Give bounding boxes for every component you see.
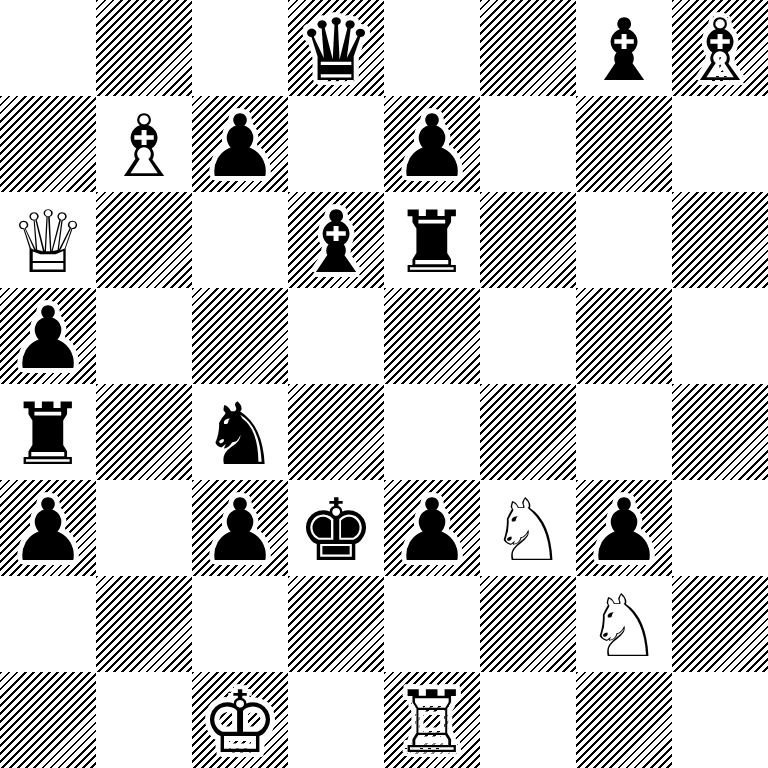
square-c4[interactable]: ♞ — [192, 384, 288, 480]
square-a3[interactable]: ♟ — [0, 480, 96, 576]
square-e1[interactable]: ♖ — [384, 672, 480, 768]
square-b1[interactable] — [96, 672, 192, 768]
square-c5[interactable] — [192, 288, 288, 384]
black-rook[interactable]: ♜ — [393, 199, 470, 285]
square-a8[interactable] — [0, 0, 96, 96]
square-c7[interactable]: ♟ — [192, 96, 288, 192]
black-pawn[interactable]: ♟ — [393, 103, 470, 189]
black-pawn[interactable]: ♟ — [9, 295, 86, 381]
square-d1[interactable] — [288, 672, 384, 768]
square-b2[interactable] — [96, 576, 192, 672]
black-bishop[interactable]: ♝ — [585, 7, 662, 93]
black-pawn[interactable]: ♟ — [201, 103, 278, 189]
square-a2[interactable] — [0, 576, 96, 672]
square-b8[interactable] — [96, 0, 192, 96]
square-g5[interactable] — [576, 288, 672, 384]
square-a7[interactable] — [0, 96, 96, 192]
square-e7[interactable]: ♟ — [384, 96, 480, 192]
square-e6[interactable]: ♜ — [384, 192, 480, 288]
square-g6[interactable] — [576, 192, 672, 288]
square-a1[interactable] — [0, 672, 96, 768]
square-b5[interactable] — [96, 288, 192, 384]
square-c3[interactable]: ♟ — [192, 480, 288, 576]
square-h7[interactable] — [672, 96, 768, 192]
square-g2[interactable]: ♘ — [576, 576, 672, 672]
square-f7[interactable] — [480, 96, 576, 192]
square-b7[interactable]: ♗ — [96, 96, 192, 192]
white-rook[interactable]: ♖ — [393, 679, 470, 765]
square-e3[interactable]: ♟ — [384, 480, 480, 576]
square-f6[interactable] — [480, 192, 576, 288]
square-d2[interactable] — [288, 576, 384, 672]
square-c1[interactable]: ♔ — [192, 672, 288, 768]
square-e5[interactable] — [384, 288, 480, 384]
square-h4[interactable] — [672, 384, 768, 480]
square-c6[interactable] — [192, 192, 288, 288]
white-knight[interactable]: ♘ — [489, 487, 566, 573]
black-pawn[interactable]: ♟ — [201, 487, 278, 573]
chess-board: ♛♝♗♗♟♟♕♝♜♟♜♞♟♟♚♟♘♟♘♔♖ — [0, 0, 768, 768]
square-d4[interactable] — [288, 384, 384, 480]
black-pawn[interactable]: ♟ — [393, 487, 470, 573]
square-h3[interactable] — [672, 480, 768, 576]
square-e4[interactable] — [384, 384, 480, 480]
square-d7[interactable] — [288, 96, 384, 192]
black-king[interactable]: ♚ — [297, 487, 374, 573]
square-b3[interactable] — [96, 480, 192, 576]
square-d5[interactable] — [288, 288, 384, 384]
square-e2[interactable] — [384, 576, 480, 672]
square-a4[interactable]: ♜ — [0, 384, 96, 480]
square-f3[interactable]: ♘ — [480, 480, 576, 576]
square-f5[interactable] — [480, 288, 576, 384]
square-b4[interactable] — [96, 384, 192, 480]
square-d6[interactable]: ♝ — [288, 192, 384, 288]
square-h5[interactable] — [672, 288, 768, 384]
square-d8[interactable]: ♛ — [288, 0, 384, 96]
square-h6[interactable] — [672, 192, 768, 288]
square-h8[interactable]: ♗ — [672, 0, 768, 96]
square-b6[interactable] — [96, 192, 192, 288]
square-a5[interactable]: ♟ — [0, 288, 96, 384]
white-bishop[interactable]: ♗ — [105, 103, 182, 189]
square-f1[interactable] — [480, 672, 576, 768]
square-f4[interactable] — [480, 384, 576, 480]
black-pawn[interactable]: ♟ — [9, 487, 86, 573]
square-f2[interactable] — [480, 576, 576, 672]
square-h2[interactable] — [672, 576, 768, 672]
square-g1[interactable] — [576, 672, 672, 768]
square-d3[interactable]: ♚ — [288, 480, 384, 576]
black-rook[interactable]: ♜ — [9, 391, 86, 477]
white-bishop[interactable]: ♗ — [681, 7, 758, 93]
white-queen[interactable]: ♕ — [9, 199, 86, 285]
black-knight[interactable]: ♞ — [201, 391, 278, 477]
square-g8[interactable]: ♝ — [576, 0, 672, 96]
square-c2[interactable] — [192, 576, 288, 672]
black-queen[interactable]: ♛ — [297, 7, 374, 93]
square-e8[interactable] — [384, 0, 480, 96]
black-bishop[interactable]: ♝ — [297, 199, 374, 285]
square-h1[interactable] — [672, 672, 768, 768]
square-a6[interactable]: ♕ — [0, 192, 96, 288]
square-g7[interactable] — [576, 96, 672, 192]
black-pawn[interactable]: ♟ — [585, 487, 662, 573]
white-knight[interactable]: ♘ — [585, 583, 662, 669]
square-g3[interactable]: ♟ — [576, 480, 672, 576]
square-g4[interactable] — [576, 384, 672, 480]
square-f8[interactable] — [480, 0, 576, 96]
square-c8[interactable] — [192, 0, 288, 96]
white-king[interactable]: ♔ — [201, 679, 278, 765]
